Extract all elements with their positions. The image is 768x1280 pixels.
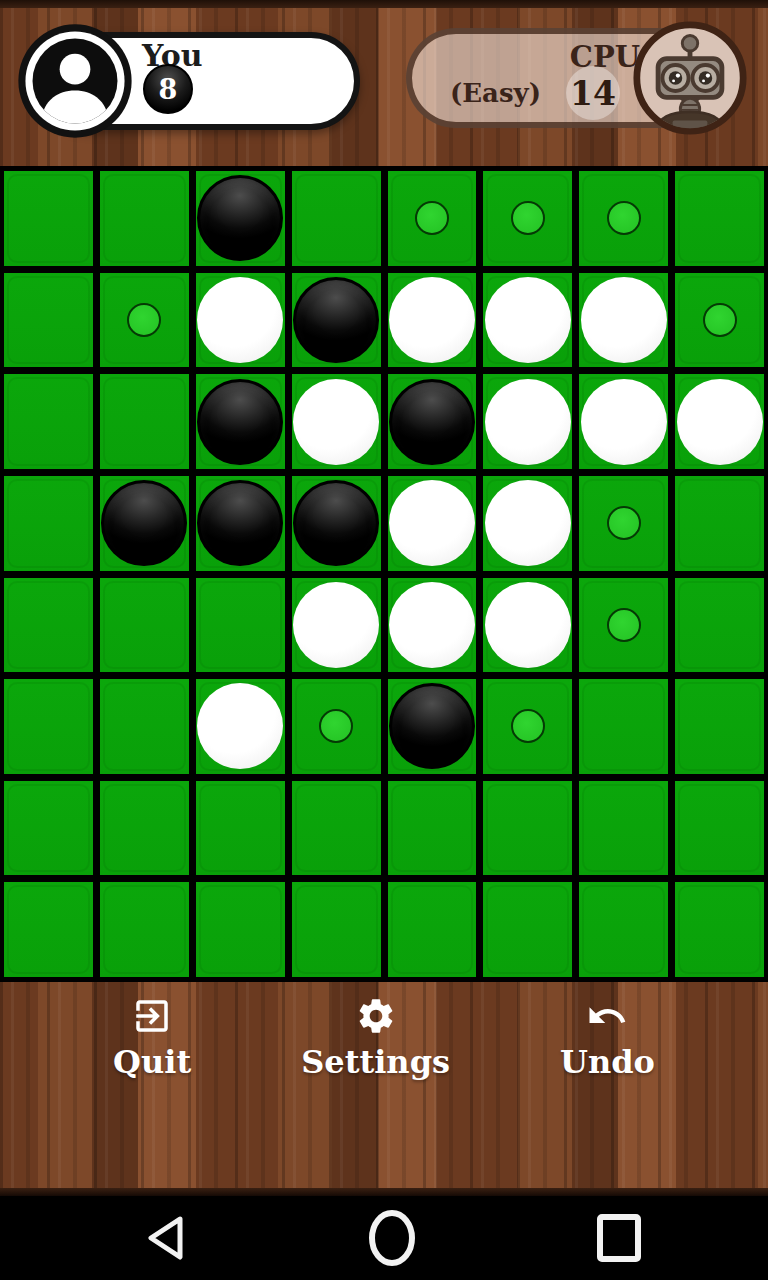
recents-square-icon [595, 1212, 643, 1264]
white-disc [293, 379, 379, 465]
quit-button[interactable]: Quit [113, 995, 191, 1105]
cell-r7c8[interactable] [675, 781, 764, 876]
settings-button[interactable]: Settings [301, 995, 450, 1105]
cpu-avatar [632, 20, 748, 136]
cell-r5c3[interactable] [196, 578, 285, 673]
white-disc [581, 379, 667, 465]
white-disc [389, 277, 475, 363]
cell-r3c7[interactable] [579, 374, 668, 469]
cell-r6c6[interactable] [483, 679, 572, 774]
legal-move-hint[interactable] [607, 201, 641, 235]
bottom-controls: Quit Settings Undo [0, 995, 768, 1105]
cell-r5c7[interactable] [579, 578, 668, 673]
cell-r1c5[interactable] [388, 171, 477, 266]
cell-r6c2[interactable] [100, 679, 189, 774]
cpu-score-disc: 14 [566, 66, 620, 120]
black-disc [293, 480, 379, 566]
cell-r2c1[interactable] [4, 273, 93, 368]
legal-move-hint[interactable] [127, 303, 161, 337]
cell-r1c3[interactable] [196, 171, 285, 266]
cell-r2c8[interactable] [675, 273, 764, 368]
cell-r8c8[interactable] [675, 882, 764, 977]
white-disc [485, 480, 571, 566]
white-disc [485, 379, 571, 465]
cell-r3c2[interactable] [100, 374, 189, 469]
white-disc [389, 480, 475, 566]
cell-r1c2[interactable] [100, 171, 189, 266]
cell-r3c8[interactable] [675, 374, 764, 469]
cell-r6c4[interactable] [292, 679, 381, 774]
white-disc [197, 277, 283, 363]
undo-label: Undo [560, 1043, 655, 1081]
cell-r5c4[interactable] [292, 578, 381, 673]
cell-r2c7[interactable] [579, 273, 668, 368]
cell-r6c8[interactable] [675, 679, 764, 774]
cell-r4c7[interactable] [579, 476, 668, 571]
black-disc [293, 277, 379, 363]
cell-r6c1[interactable] [4, 679, 93, 774]
black-disc [197, 175, 283, 261]
cell-r5c8[interactable] [675, 578, 764, 673]
cell-r5c1[interactable] [4, 578, 93, 673]
legal-move-hint[interactable] [703, 303, 737, 337]
undo-button[interactable]: Undo [560, 995, 655, 1105]
cell-r8c2[interactable] [100, 882, 189, 977]
undo-arrow-icon [586, 995, 628, 1037]
board [0, 166, 768, 982]
cell-r5c2[interactable] [100, 578, 189, 673]
cell-r2c6[interactable] [483, 273, 572, 368]
legal-move-hint[interactable] [511, 709, 545, 743]
cell-r3c5[interactable] [388, 374, 477, 469]
cell-r6c5[interactable] [388, 679, 477, 774]
cell-r8c5[interactable] [388, 882, 477, 977]
cell-r5c6[interactable] [483, 578, 572, 673]
you-score-value: 8 [159, 74, 178, 105]
android-navbar [0, 1196, 768, 1280]
cell-r2c2[interactable] [100, 273, 189, 368]
cell-r3c3[interactable] [196, 374, 285, 469]
white-disc [197, 683, 283, 769]
android-recents-button[interactable] [574, 1196, 664, 1280]
white-disc [485, 277, 571, 363]
cell-r7c5[interactable] [388, 781, 477, 876]
cell-r7c1[interactable] [4, 781, 93, 876]
cell-r5c5[interactable] [388, 578, 477, 673]
cell-r4c1[interactable] [4, 476, 93, 571]
cell-r7c6[interactable] [483, 781, 572, 876]
black-disc [389, 683, 475, 769]
cell-r7c3[interactable] [196, 781, 285, 876]
cell-r1c6[interactable] [483, 171, 572, 266]
othello-game-screen: You 8 CPU (Easy) 14 [0, 0, 768, 1280]
white-disc [293, 582, 379, 668]
cell-r4c4[interactable] [292, 476, 381, 571]
legal-move-hint[interactable] [607, 608, 641, 642]
cell-r7c4[interactable] [292, 781, 381, 876]
cell-r7c2[interactable] [100, 781, 189, 876]
quit-exit-icon [131, 995, 173, 1037]
cell-r3c4[interactable] [292, 374, 381, 469]
white-disc [485, 582, 571, 668]
cell-r3c1[interactable] [4, 374, 93, 469]
cell-r8c7[interactable] [579, 882, 668, 977]
cell-r1c1[interactable] [4, 171, 93, 266]
cell-r7c7[interactable] [579, 781, 668, 876]
cell-r1c8[interactable] [675, 171, 764, 266]
top-edge-shadow [0, 0, 768, 8]
cell-r4c2[interactable] [100, 476, 189, 571]
cell-r8c3[interactable] [196, 882, 285, 977]
quit-label: Quit [113, 1043, 191, 1081]
cpu-difficulty-label: (Easy) [450, 78, 541, 108]
you-score-disc: 8 [143, 64, 193, 114]
legal-move-hint[interactable] [319, 709, 353, 743]
cell-r4c6[interactable] [483, 476, 572, 571]
cell-r2c5[interactable] [388, 273, 477, 368]
robot-icon [632, 20, 748, 136]
cell-r3c6[interactable] [483, 374, 572, 469]
cell-r6c7[interactable] [579, 679, 668, 774]
cell-r8c4[interactable] [292, 882, 381, 977]
you-avatar [16, 22, 134, 140]
android-home-button[interactable] [347, 1196, 437, 1280]
cell-r8c1[interactable] [4, 882, 93, 977]
cell-r1c7[interactable] [579, 171, 668, 266]
white-disc [581, 277, 667, 363]
cell-r2c4[interactable] [292, 273, 381, 368]
cell-r1c4[interactable] [292, 171, 381, 266]
white-disc [677, 379, 763, 465]
bottom-edge-shadow [0, 1188, 768, 1196]
android-back-button[interactable] [120, 1196, 210, 1280]
white-disc [389, 582, 475, 668]
cell-r4c8[interactable] [675, 476, 764, 571]
back-triangle-icon [142, 1212, 188, 1264]
cell-r6c3[interactable] [196, 679, 285, 774]
legal-move-hint[interactable] [607, 506, 641, 540]
black-disc [197, 480, 283, 566]
home-circle-icon [367, 1208, 417, 1268]
legal-move-hint[interactable] [415, 201, 449, 235]
black-disc [389, 379, 475, 465]
cell-r4c5[interactable] [388, 476, 477, 571]
person-icon [16, 22, 134, 140]
cell-r2c3[interactable] [196, 273, 285, 368]
gear-icon [355, 995, 397, 1037]
legal-move-hint[interactable] [511, 201, 545, 235]
cell-r8c6[interactable] [483, 882, 572, 977]
settings-label: Settings [301, 1043, 450, 1081]
cell-r4c3[interactable] [196, 476, 285, 571]
black-disc [101, 480, 187, 566]
cpu-score-value: 14 [570, 74, 616, 113]
black-disc [197, 379, 283, 465]
